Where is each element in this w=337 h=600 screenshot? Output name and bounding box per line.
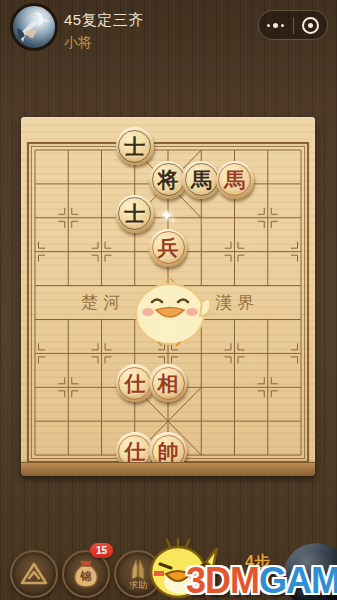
close-minimize-button[interactable]	[294, 11, 328, 39]
chevron-up-icon	[19, 561, 49, 587]
player-rank: 小将	[64, 35, 144, 49]
piece-character: 馬	[191, 169, 212, 190]
piece-red-elephant[interactable]: 相	[149, 364, 187, 402]
piece-character: 兵	[158, 237, 179, 258]
piece-black-advisor[interactable]: 士	[116, 127, 154, 165]
avatar-art	[13, 6, 55, 48]
piece-red-horse[interactable]: 馬	[216, 161, 254, 199]
more-menu-button[interactable]	[259, 11, 293, 39]
app-window: 45复定三齐 小将 楚河 漢界	[0, 0, 337, 600]
piece-black-advisor[interactable]: 士	[116, 195, 154, 233]
watermark-game: GAME	[259, 560, 337, 600]
watermark-3dm: 3DM	[186, 560, 259, 600]
piece-character: 馬	[224, 169, 245, 190]
xiangqi-board: 楚河 漢界 士将馬馬士兵仕相仕帥 ✦✧	[21, 117, 315, 476]
board-edge	[21, 462, 315, 476]
more-dots-icon	[273, 23, 278, 28]
money-bag-icon: 锦	[71, 559, 101, 589]
piece-character: 相	[158, 373, 179, 394]
tip-count-badge: 15	[90, 543, 113, 558]
piece-character: 士	[124, 203, 145, 224]
highlight-sparkle-icon: ✦✧	[160, 208, 173, 224]
miniprogram-capsule	[258, 10, 328, 40]
level-info: 45复定三齐 小将	[64, 12, 144, 49]
watermark-text: 3DMGAME	[186, 560, 337, 600]
piece-character: 士	[124, 136, 145, 157]
svg-text:锦: 锦	[80, 570, 92, 582]
piece-character: 帥	[158, 441, 179, 462]
piece-character: 仕	[124, 373, 145, 394]
level-title: 45复定三齐	[64, 12, 144, 27]
board-surface[interactable]: 楚河 漢界 士将馬馬士兵仕相仕帥 ✦✧	[21, 117, 315, 462]
more-dots-icon	[281, 24, 284, 27]
piece-character: 将	[158, 169, 179, 190]
piece-red-soldier[interactable]: 兵	[149, 229, 187, 267]
avatar[interactable]	[10, 3, 58, 51]
piece-character: 仕	[124, 441, 145, 462]
piece-black-horse[interactable]: 馬	[182, 161, 220, 199]
pieces-layer: 士将馬馬士兵仕相仕帥	[21, 117, 315, 462]
more-dots-icon	[267, 24, 270, 27]
expand-button[interactable]	[10, 550, 58, 598]
target-circle-icon	[302, 17, 319, 34]
